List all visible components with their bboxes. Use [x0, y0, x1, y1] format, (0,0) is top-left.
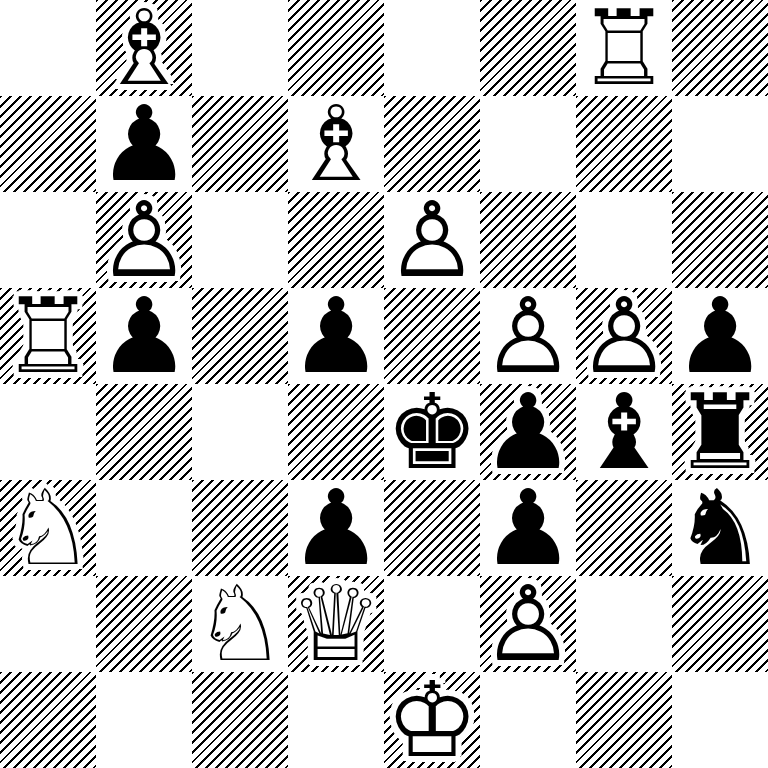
square-f4[interactable]: ♟♟: [480, 384, 576, 480]
square-c6[interactable]: [192, 192, 288, 288]
white-pawn[interactable]: ♟♙: [480, 288, 576, 384]
piece-glyph: ♙: [480, 576, 576, 672]
white-pawn[interactable]: ♟♙: [384, 192, 480, 288]
piece-glyph: ♟: [480, 480, 576, 576]
square-d7[interactable]: ♝♗: [288, 96, 384, 192]
square-c5[interactable]: [192, 288, 288, 384]
square-a8[interactable]: [0, 0, 96, 96]
piece-glyph: ♞: [672, 480, 768, 576]
square-g3[interactable]: [576, 480, 672, 576]
square-f8[interactable]: [480, 0, 576, 96]
square-h3[interactable]: ♞♞: [672, 480, 768, 576]
square-d3[interactable]: ♟♟: [288, 480, 384, 576]
piece-glyph: ♔: [384, 672, 480, 768]
piece-glyph: ♙: [96, 192, 192, 288]
piece-glyph: ♗: [288, 96, 384, 192]
black-pawn[interactable]: ♟♟: [288, 480, 384, 576]
black-king[interactable]: ♚♚: [384, 384, 480, 480]
square-h2[interactable]: [672, 576, 768, 672]
square-a1[interactable]: [0, 672, 96, 768]
square-a7[interactable]: [0, 96, 96, 192]
square-g6[interactable]: [576, 192, 672, 288]
black-pawn[interactable]: ♟♟: [96, 288, 192, 384]
square-f2[interactable]: ♟♙: [480, 576, 576, 672]
piece-glyph: ♙: [384, 192, 480, 288]
white-pawn[interactable]: ♟♙: [96, 192, 192, 288]
black-pawn[interactable]: ♟♟: [480, 384, 576, 480]
square-e2[interactable]: [384, 576, 480, 672]
square-g1[interactable]: [576, 672, 672, 768]
square-g5[interactable]: ♟♙: [576, 288, 672, 384]
square-b7[interactable]: ♟♟: [96, 96, 192, 192]
piece-glyph: ♖: [576, 0, 672, 96]
piece-glyph: ♚: [384, 384, 480, 480]
white-king[interactable]: ♚♔: [384, 672, 480, 768]
square-e7[interactable]: [384, 96, 480, 192]
black-pawn[interactable]: ♟♟: [288, 288, 384, 384]
square-c4[interactable]: [192, 384, 288, 480]
piece-glyph: ♜: [672, 384, 768, 480]
piece-glyph: ♗: [96, 0, 192, 96]
square-e8[interactable]: [384, 0, 480, 96]
square-b8[interactable]: ♝♗: [96, 0, 192, 96]
chess-board: ♝♗♜♖♟♟♝♗♟♙♟♙♜♖♟♟♟♟♟♙♟♙♟♟♚♚♟♟♝♝♜♜♞♘♟♟♟♟♞♞…: [0, 0, 768, 768]
square-e1[interactable]: ♚♔: [384, 672, 480, 768]
piece-glyph: ♟: [96, 288, 192, 384]
square-e3[interactable]: [384, 480, 480, 576]
square-e5[interactable]: [384, 288, 480, 384]
white-rook[interactable]: ♜♖: [0, 288, 96, 384]
square-b5[interactable]: ♟♟: [96, 288, 192, 384]
white-knight[interactable]: ♞♘: [192, 576, 288, 672]
square-g8[interactable]: ♜♖: [576, 0, 672, 96]
square-f3[interactable]: ♟♟: [480, 480, 576, 576]
black-knight[interactable]: ♞♞: [672, 480, 768, 576]
square-c7[interactable]: [192, 96, 288, 192]
white-pawn[interactable]: ♟♙: [576, 288, 672, 384]
square-h8[interactable]: [672, 0, 768, 96]
square-g2[interactable]: [576, 576, 672, 672]
square-h6[interactable]: [672, 192, 768, 288]
piece-glyph: ♝: [576, 384, 672, 480]
square-e6[interactable]: ♟♙: [384, 192, 480, 288]
piece-glyph: ♟: [288, 288, 384, 384]
square-b2[interactable]: [96, 576, 192, 672]
square-h4[interactable]: ♜♜: [672, 384, 768, 480]
black-pawn[interactable]: ♟♟: [480, 480, 576, 576]
square-f1[interactable]: [480, 672, 576, 768]
square-g7[interactable]: [576, 96, 672, 192]
square-e4[interactable]: ♚♚: [384, 384, 480, 480]
white-rook[interactable]: ♜♖: [576, 0, 672, 96]
square-f6[interactable]: [480, 192, 576, 288]
piece-glyph: ♕: [288, 576, 384, 672]
square-a2[interactable]: [0, 576, 96, 672]
square-b4[interactable]: [96, 384, 192, 480]
piece-glyph: ♟: [288, 480, 384, 576]
piece-glyph: ♟: [672, 288, 768, 384]
black-pawn[interactable]: ♟♟: [672, 288, 768, 384]
white-bishop[interactable]: ♝♗: [96, 0, 192, 96]
white-pawn[interactable]: ♟♙: [480, 576, 576, 672]
white-knight[interactable]: ♞♘: [0, 480, 96, 576]
piece-glyph: ♟: [480, 384, 576, 480]
piece-glyph: ♟: [96, 96, 192, 192]
square-h5[interactable]: ♟♟: [672, 288, 768, 384]
white-queen[interactable]: ♛♕: [288, 576, 384, 672]
square-d2[interactable]: ♛♕: [288, 576, 384, 672]
piece-glyph: ♖: [0, 288, 96, 384]
black-pawn[interactable]: ♟♟: [96, 96, 192, 192]
square-d8[interactable]: [288, 0, 384, 96]
black-rook[interactable]: ♜♜: [672, 384, 768, 480]
square-c8[interactable]: [192, 0, 288, 96]
square-c2[interactable]: ♞♘: [192, 576, 288, 672]
square-f5[interactable]: ♟♙: [480, 288, 576, 384]
square-b3[interactable]: [96, 480, 192, 576]
piece-glyph: ♙: [480, 288, 576, 384]
square-a5[interactable]: ♜♖: [0, 288, 96, 384]
square-a3[interactable]: ♞♘: [0, 480, 96, 576]
square-c1[interactable]: [192, 672, 288, 768]
piece-glyph: ♘: [192, 576, 288, 672]
square-g4[interactable]: ♝♝: [576, 384, 672, 480]
square-h7[interactable]: [672, 96, 768, 192]
black-bishop[interactable]: ♝♝: [576, 384, 672, 480]
square-d1[interactable]: [288, 672, 384, 768]
square-d5[interactable]: ♟♟: [288, 288, 384, 384]
square-b6[interactable]: ♟♙: [96, 192, 192, 288]
square-h1[interactable]: [672, 672, 768, 768]
square-a6[interactable]: [0, 192, 96, 288]
square-d6[interactable]: [288, 192, 384, 288]
piece-glyph: ♘: [0, 480, 96, 576]
square-a4[interactable]: [0, 384, 96, 480]
square-c3[interactable]: [192, 480, 288, 576]
square-f7[interactable]: [480, 96, 576, 192]
square-b1[interactable]: [96, 672, 192, 768]
square-d4[interactable]: [288, 384, 384, 480]
white-bishop[interactable]: ♝♗: [288, 96, 384, 192]
piece-glyph: ♙: [576, 288, 672, 384]
